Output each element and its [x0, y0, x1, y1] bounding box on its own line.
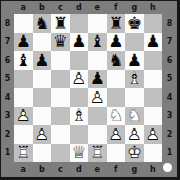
rank-label-7-right: 7 — [162, 33, 177, 52]
square-g3[interactable]: ♘ — [125, 107, 144, 126]
white-queen-d1: ♕ — [71, 144, 86, 161]
square-d6[interactable] — [70, 51, 89, 70]
rank-label-4-right: 4 — [162, 88, 177, 107]
square-h8[interactable] — [144, 14, 163, 33]
rank-label-6-right: 6 — [162, 51, 177, 70]
black-bishop-e7: ♝ — [90, 33, 105, 50]
square-a2[interactable] — [14, 125, 33, 144]
rank-label-5-left: 5 — [1, 70, 14, 89]
white-bishop-g5: ♗ — [127, 70, 142, 87]
rank-label-3-left: 3 — [1, 107, 14, 126]
square-f5[interactable] — [107, 70, 126, 89]
board-frame: abcdefgh abcdefgh 87654321 87654321 ♞♜♜♚… — [1, 1, 177, 177]
square-a6[interactable]: ♝ — [14, 51, 33, 70]
square-g8[interactable]: ♚ — [125, 14, 144, 33]
file-label-g-bottom: g — [125, 162, 144, 176]
white-pawn-g2: ♙ — [127, 126, 142, 143]
black-pawn-d7: ♟ — [71, 33, 86, 50]
square-c1[interactable] — [51, 144, 70, 163]
white-pawn-f2: ♙ — [108, 126, 123, 143]
black-bishop-a6: ♝ — [16, 52, 31, 69]
rank-label-1-right: 1 — [162, 144, 177, 163]
square-g7[interactable] — [125, 33, 144, 52]
square-b3[interactable] — [33, 107, 52, 126]
square-f8[interactable]: ♜ — [107, 14, 126, 33]
rank-labels-right: 87654321 — [162, 14, 177, 162]
square-e1[interactable]: ♖ — [88, 144, 107, 163]
file-label-d-bottom: d — [70, 162, 89, 176]
white-bishop-d3: ♗ — [71, 107, 86, 124]
square-c2[interactable] — [51, 125, 70, 144]
turn-indicator — [163, 163, 172, 172]
square-d8[interactable] — [70, 14, 89, 33]
white-knight-f3: ♘ — [108, 107, 123, 124]
square-g4[interactable] — [125, 88, 144, 107]
square-b2[interactable]: ♙ — [33, 125, 52, 144]
square-a3[interactable]: ♙ — [14, 107, 33, 126]
rank-label-4-left: 4 — [1, 88, 14, 107]
black-king-g8: ♚ — [127, 15, 142, 32]
square-g2[interactable]: ♙ — [125, 125, 144, 144]
square-e5[interactable]: ♟ — [88, 70, 107, 89]
square-a5[interactable] — [14, 70, 33, 89]
rank-label-5-right: 5 — [162, 70, 177, 89]
rank-label-2-left: 2 — [1, 125, 14, 144]
square-e7[interactable]: ♝ — [88, 33, 107, 52]
file-label-h-bottom: h — [144, 162, 163, 176]
black-pawn-f7: ♟ — [108, 33, 123, 50]
file-labels-bottom: abcdefgh — [14, 162, 162, 176]
black-rook-f8: ♜ — [108, 15, 123, 32]
square-b8[interactable]: ♞ — [33, 14, 52, 33]
black-knight-b8: ♞ — [34, 15, 49, 32]
square-g1[interactable]: ♔ — [125, 144, 144, 163]
square-g5[interactable]: ♗ — [125, 70, 144, 89]
square-a8[interactable] — [14, 14, 33, 33]
square-c8[interactable]: ♜ — [51, 14, 70, 33]
white-pawn-d5: ♙ — [71, 70, 86, 87]
file-label-e-top: e — [88, 1, 107, 14]
rank-labels-left: 87654321 — [1, 14, 14, 162]
square-d1[interactable]: ♕ — [70, 144, 89, 163]
rank-label-2-right: 2 — [162, 125, 177, 144]
square-f3[interactable]: ♘ — [107, 107, 126, 126]
file-label-b-bottom: b — [33, 162, 52, 176]
square-e2[interactable] — [88, 125, 107, 144]
square-f4[interactable] — [107, 88, 126, 107]
square-b6[interactable]: ♟ — [33, 51, 52, 70]
white-rook-a1: ♖ — [16, 144, 31, 161]
square-h4[interactable] — [144, 88, 163, 107]
square-b1[interactable] — [33, 144, 52, 163]
rank-label-3-right: 3 — [162, 107, 177, 126]
chess-diagram: abcdefgh abcdefgh 87654321 87654321 ♞♜♜♚… — [0, 0, 180, 180]
black-knight-f6: ♞ — [108, 52, 123, 69]
square-b4[interactable] — [33, 88, 52, 107]
file-label-h-top: h — [144, 1, 163, 14]
file-label-e-bottom: e — [88, 162, 107, 176]
square-f6[interactable]: ♞ — [107, 51, 126, 70]
square-c3[interactable] — [51, 107, 70, 126]
square-h6[interactable] — [144, 51, 163, 70]
black-rook-c8: ♜ — [53, 15, 68, 32]
square-d4[interactable] — [70, 88, 89, 107]
white-king-g1: ♔ — [127, 144, 142, 161]
square-f2[interactable]: ♙ — [107, 125, 126, 144]
square-h7[interactable]: ♟ — [144, 33, 163, 52]
square-e4[interactable]: ♙ — [88, 88, 107, 107]
file-label-c-bottom: c — [51, 162, 70, 176]
square-h3[interactable] — [144, 107, 163, 126]
square-a4[interactable] — [14, 88, 33, 107]
square-d7[interactable]: ♟ — [70, 33, 89, 52]
black-pawn-b6: ♟ — [34, 52, 49, 69]
file-label-a-top: a — [14, 1, 33, 14]
black-pawn-h7: ♟ — [145, 33, 160, 50]
rank-label-8-right: 8 — [162, 14, 177, 33]
square-d5[interactable]: ♙ — [70, 70, 89, 89]
square-a7[interactable]: ♟ — [14, 33, 33, 52]
square-d2[interactable] — [70, 125, 89, 144]
square-g6[interactable]: ♟ — [125, 51, 144, 70]
chess-board: ♞♜♜♚♟♛♟♝♟♟♝♟♞♟♙♟♗♙♙♗♘♘♙♙♙♙♖♕♖♔ — [14, 14, 162, 162]
square-e8[interactable] — [88, 14, 107, 33]
file-label-d-top: d — [70, 1, 89, 14]
black-pawn-a7: ♟ — [16, 33, 31, 50]
square-b7[interactable] — [33, 33, 52, 52]
square-a1[interactable]: ♖ — [14, 144, 33, 163]
square-h2[interactable]: ♙ — [144, 125, 163, 144]
square-d3[interactable]: ♗ — [70, 107, 89, 126]
white-pawn-a3: ♙ — [16, 107, 31, 124]
white-pawn-h2: ♙ — [145, 126, 160, 143]
square-c5[interactable] — [51, 70, 70, 89]
square-c7[interactable]: ♛ — [51, 33, 70, 52]
square-e3[interactable] — [88, 107, 107, 126]
black-pawn-e5: ♟ — [90, 70, 105, 87]
square-c6[interactable] — [51, 51, 70, 70]
square-f1[interactable] — [107, 144, 126, 163]
rank-label-1-left: 1 — [1, 144, 14, 163]
rank-label-8-left: 8 — [1, 14, 14, 33]
square-h5[interactable] — [144, 70, 163, 89]
file-label-a-bottom: a — [14, 162, 33, 176]
white-pawn-e4: ♙ — [90, 89, 105, 106]
square-f7[interactable]: ♟ — [107, 33, 126, 52]
white-pawn-b2: ♙ — [34, 126, 49, 143]
white-knight-g3: ♘ — [127, 107, 142, 124]
square-c4[interactable] — [51, 88, 70, 107]
rank-label-7-left: 7 — [1, 33, 14, 52]
black-queen-c7: ♛ — [53, 33, 68, 50]
square-h1[interactable] — [144, 144, 163, 163]
white-rook-e1: ♖ — [90, 144, 105, 161]
square-e6[interactable] — [88, 51, 107, 70]
square-b5[interactable] — [33, 70, 52, 89]
file-label-f-bottom: f — [107, 162, 126, 176]
black-pawn-g6: ♟ — [127, 52, 142, 69]
rank-label-6-left: 6 — [1, 51, 14, 70]
